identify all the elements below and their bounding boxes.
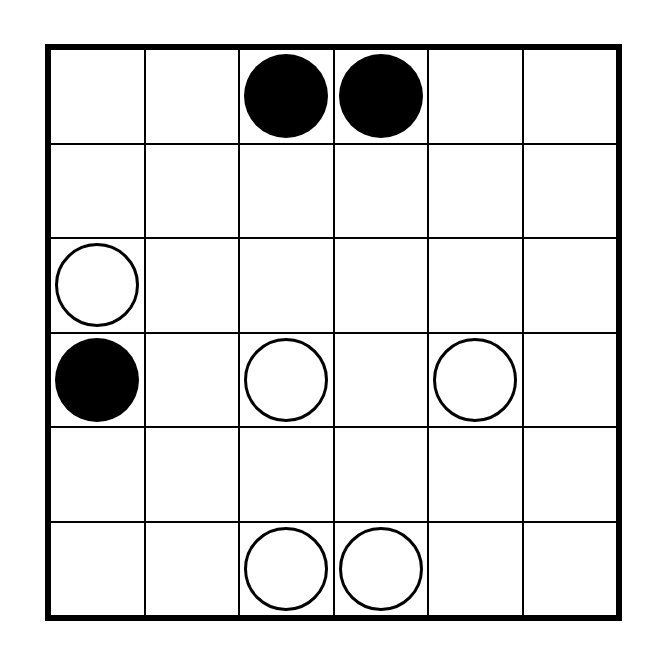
white-stone (244, 338, 328, 422)
cell-r4c4[interactable] (334, 333, 429, 428)
cell-r4c6[interactable] (523, 333, 618, 428)
cell-r6c2[interactable] (145, 522, 240, 617)
cell-r5c1[interactable] (50, 427, 145, 522)
cell-r1c2[interactable] (145, 49, 240, 144)
black-stone (244, 54, 328, 138)
cell-r3c4[interactable] (334, 238, 429, 333)
cell-r2c4[interactable] (334, 144, 429, 239)
cell-r4c3[interactable] (239, 333, 334, 428)
black-stone (339, 54, 423, 138)
cell-r1c3[interactable] (239, 49, 334, 144)
cell-r3c2[interactable] (145, 238, 240, 333)
cell-r1c5[interactable] (428, 49, 523, 144)
cell-r5c4[interactable] (334, 427, 429, 522)
cell-r5c6[interactable] (523, 427, 618, 522)
white-stone (339, 527, 423, 611)
cell-r2c2[interactable] (145, 144, 240, 239)
white-stone (433, 338, 517, 422)
cell-r4c1[interactable] (50, 333, 145, 428)
cell-r4c5[interactable] (428, 333, 523, 428)
cell-r5c2[interactable] (145, 427, 240, 522)
cell-r1c1[interactable] (50, 49, 145, 144)
cell-r6c5[interactable] (428, 522, 523, 617)
cell-r3c6[interactable] (523, 238, 618, 333)
cell-r6c4[interactable] (334, 522, 429, 617)
cell-r1c4[interactable] (334, 49, 429, 144)
game-board (45, 44, 622, 621)
cell-r2c6[interactable] (523, 144, 618, 239)
cell-r3c5[interactable] (428, 238, 523, 333)
cell-r2c1[interactable] (50, 144, 145, 239)
cell-r1c6[interactable] (523, 49, 618, 144)
cell-r4c2[interactable] (145, 333, 240, 428)
cell-r6c6[interactable] (523, 522, 618, 617)
cell-r3c3[interactable] (239, 238, 334, 333)
cell-r2c3[interactable] (239, 144, 334, 239)
cell-r5c3[interactable] (239, 427, 334, 522)
cell-r5c5[interactable] (428, 427, 523, 522)
page-background (0, 0, 665, 665)
black-stone (55, 338, 139, 422)
cell-r6c1[interactable] (50, 522, 145, 617)
cell-r3c1[interactable] (50, 238, 145, 333)
white-stone (244, 527, 328, 611)
cell-r2c5[interactable] (428, 144, 523, 239)
cell-r6c3[interactable] (239, 522, 334, 617)
white-stone (55, 243, 139, 327)
